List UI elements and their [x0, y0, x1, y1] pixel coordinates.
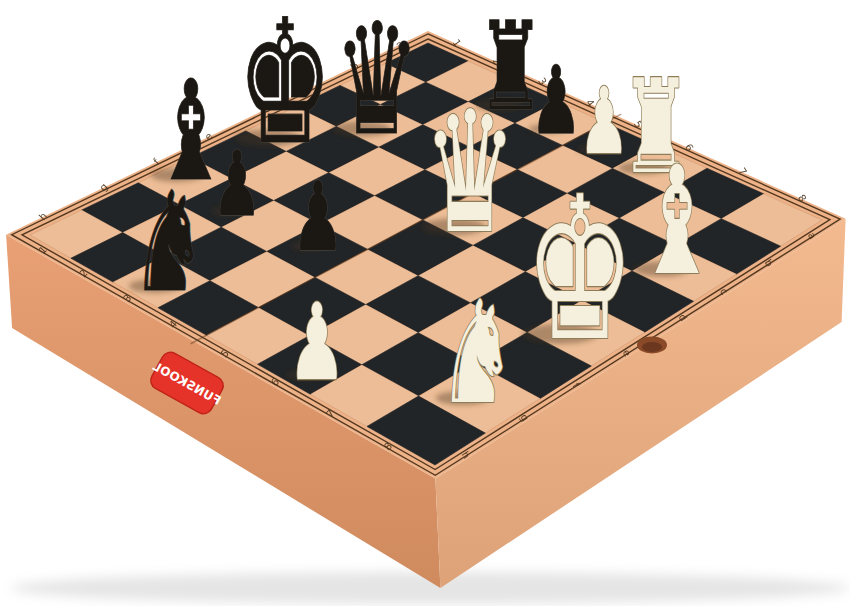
black-pawn-a4[interactable]: ♟: [530, 45, 582, 154]
black-pawn-f4[interactable]: ♟: [291, 161, 344, 273]
chess-set-photo: 1234567812345678abcdefghabcdefghFUNSKOOL…: [0, 0, 850, 606]
black-queen[interactable]: ♛: [334, 0, 420, 169]
white-queen[interactable]: ♛: [423, 75, 516, 271]
white-king[interactable]: ♚: [525, 154, 635, 385]
black-knight[interactable]: ♞: [131, 161, 208, 322]
black-pawn-f2[interactable]: ♟: [212, 132, 262, 237]
white-bishop[interactable]: ♝: [635, 134, 718, 308]
chessboard: 1234567812345678abcdefghabcdefghFUNSKOOL…: [0, 0, 850, 606]
white-knight[interactable]: ♞: [438, 270, 517, 436]
white-pawn-h6[interactable]: ♟: [288, 280, 347, 404]
box-finger-notch-inner: [642, 342, 662, 352]
